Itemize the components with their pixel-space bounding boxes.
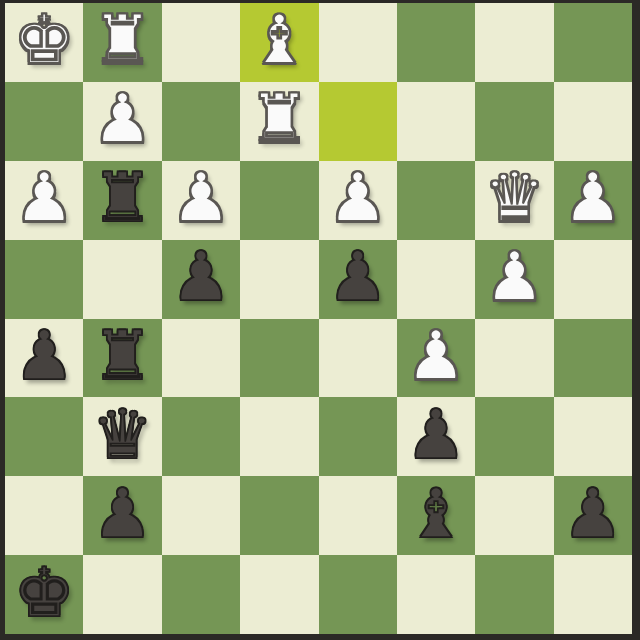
square-a6[interactable]: ♟ bbox=[5, 161, 83, 240]
square-b6[interactable]: ♜ bbox=[83, 161, 161, 240]
square-d4[interactable] bbox=[240, 319, 318, 398]
black-pawn[interactable]: ♟ bbox=[170, 243, 231, 311]
black-king[interactable]: ♚ bbox=[14, 559, 75, 627]
square-c3[interactable] bbox=[162, 397, 240, 476]
square-a1[interactable]: ♚ bbox=[5, 555, 83, 634]
white-pawn[interactable]: ♟ bbox=[484, 243, 545, 311]
square-b1[interactable] bbox=[83, 555, 161, 634]
white-pawn[interactable]: ♟ bbox=[562, 164, 623, 232]
square-c6[interactable]: ♟ bbox=[162, 161, 240, 240]
black-pawn[interactable]: ♟ bbox=[406, 401, 467, 469]
square-h7[interactable] bbox=[554, 82, 632, 161]
white-pawn[interactable]: ♟ bbox=[170, 164, 231, 232]
square-d5[interactable] bbox=[240, 240, 318, 319]
square-c8[interactable] bbox=[162, 3, 240, 82]
square-c7[interactable] bbox=[162, 82, 240, 161]
square-h6[interactable]: ♟ bbox=[554, 161, 632, 240]
square-f8[interactable] bbox=[397, 3, 475, 82]
square-d2[interactable] bbox=[240, 476, 318, 555]
square-b4[interactable]: ♜ bbox=[83, 319, 161, 398]
square-a7[interactable] bbox=[5, 82, 83, 161]
square-h2[interactable]: ♟ bbox=[554, 476, 632, 555]
black-queen[interactable]: ♛ bbox=[92, 401, 153, 469]
square-f4[interactable]: ♟ bbox=[397, 319, 475, 398]
square-f6[interactable] bbox=[397, 161, 475, 240]
square-c1[interactable] bbox=[162, 555, 240, 634]
square-g6[interactable]: ♛ bbox=[475, 161, 553, 240]
square-d8[interactable]: ♝ bbox=[240, 3, 318, 82]
square-f5[interactable] bbox=[397, 240, 475, 319]
square-e5[interactable]: ♟ bbox=[319, 240, 397, 319]
black-pawn[interactable]: ♟ bbox=[14, 322, 75, 390]
square-g1[interactable] bbox=[475, 555, 553, 634]
square-c4[interactable] bbox=[162, 319, 240, 398]
white-rook[interactable]: ♜ bbox=[92, 6, 153, 74]
black-bishop[interactable]: ♝ bbox=[406, 480, 467, 548]
white-queen[interactable]: ♛ bbox=[484, 164, 545, 232]
black-pawn[interactable]: ♟ bbox=[327, 243, 388, 311]
square-f7[interactable] bbox=[397, 82, 475, 161]
square-f2[interactable]: ♝ bbox=[397, 476, 475, 555]
square-d7[interactable]: ♜ bbox=[240, 82, 318, 161]
square-h5[interactable] bbox=[554, 240, 632, 319]
square-e8[interactable] bbox=[319, 3, 397, 82]
square-e3[interactable] bbox=[319, 397, 397, 476]
white-bishop[interactable]: ♝ bbox=[249, 6, 310, 74]
square-b5[interactable] bbox=[83, 240, 161, 319]
white-king[interactable]: ♚ bbox=[14, 6, 75, 74]
square-b3[interactable]: ♛ bbox=[83, 397, 161, 476]
square-a4[interactable]: ♟ bbox=[5, 319, 83, 398]
square-b2[interactable]: ♟ bbox=[83, 476, 161, 555]
white-rook[interactable]: ♜ bbox=[249, 85, 310, 153]
white-pawn[interactable]: ♟ bbox=[327, 164, 388, 232]
white-pawn[interactable]: ♟ bbox=[406, 322, 467, 390]
black-pawn[interactable]: ♟ bbox=[92, 480, 153, 548]
square-e7[interactable] bbox=[319, 82, 397, 161]
square-f1[interactable] bbox=[397, 555, 475, 634]
square-a5[interactable] bbox=[5, 240, 83, 319]
chess-board: ♚♜♝♟♜♟♜♟♟♛♟♟♟♟♟♜♟♛♟♟♝♟♚ bbox=[5, 3, 632, 634]
black-rook[interactable]: ♜ bbox=[92, 322, 153, 390]
square-a8[interactable]: ♚ bbox=[5, 3, 83, 82]
square-g2[interactable] bbox=[475, 476, 553, 555]
square-d3[interactable] bbox=[240, 397, 318, 476]
square-e4[interactable] bbox=[319, 319, 397, 398]
white-pawn[interactable]: ♟ bbox=[92, 85, 153, 153]
square-a2[interactable] bbox=[5, 476, 83, 555]
square-b7[interactable]: ♟ bbox=[83, 82, 161, 161]
square-d1[interactable] bbox=[240, 555, 318, 634]
square-e6[interactable]: ♟ bbox=[319, 161, 397, 240]
square-b8[interactable]: ♜ bbox=[83, 3, 161, 82]
square-h4[interactable] bbox=[554, 319, 632, 398]
white-pawn[interactable]: ♟ bbox=[14, 164, 75, 232]
square-g5[interactable]: ♟ bbox=[475, 240, 553, 319]
square-e2[interactable] bbox=[319, 476, 397, 555]
square-a3[interactable] bbox=[5, 397, 83, 476]
black-pawn[interactable]: ♟ bbox=[562, 480, 623, 548]
black-rook[interactable]: ♜ bbox=[92, 164, 153, 232]
square-c5[interactable]: ♟ bbox=[162, 240, 240, 319]
square-h3[interactable] bbox=[554, 397, 632, 476]
square-h8[interactable] bbox=[554, 3, 632, 82]
square-h1[interactable] bbox=[554, 555, 632, 634]
square-e1[interactable] bbox=[319, 555, 397, 634]
square-g3[interactable] bbox=[475, 397, 553, 476]
square-f3[interactable]: ♟ bbox=[397, 397, 475, 476]
square-g7[interactable] bbox=[475, 82, 553, 161]
square-c2[interactable] bbox=[162, 476, 240, 555]
square-g4[interactable] bbox=[475, 319, 553, 398]
square-d6[interactable] bbox=[240, 161, 318, 240]
square-g8[interactable] bbox=[475, 3, 553, 82]
